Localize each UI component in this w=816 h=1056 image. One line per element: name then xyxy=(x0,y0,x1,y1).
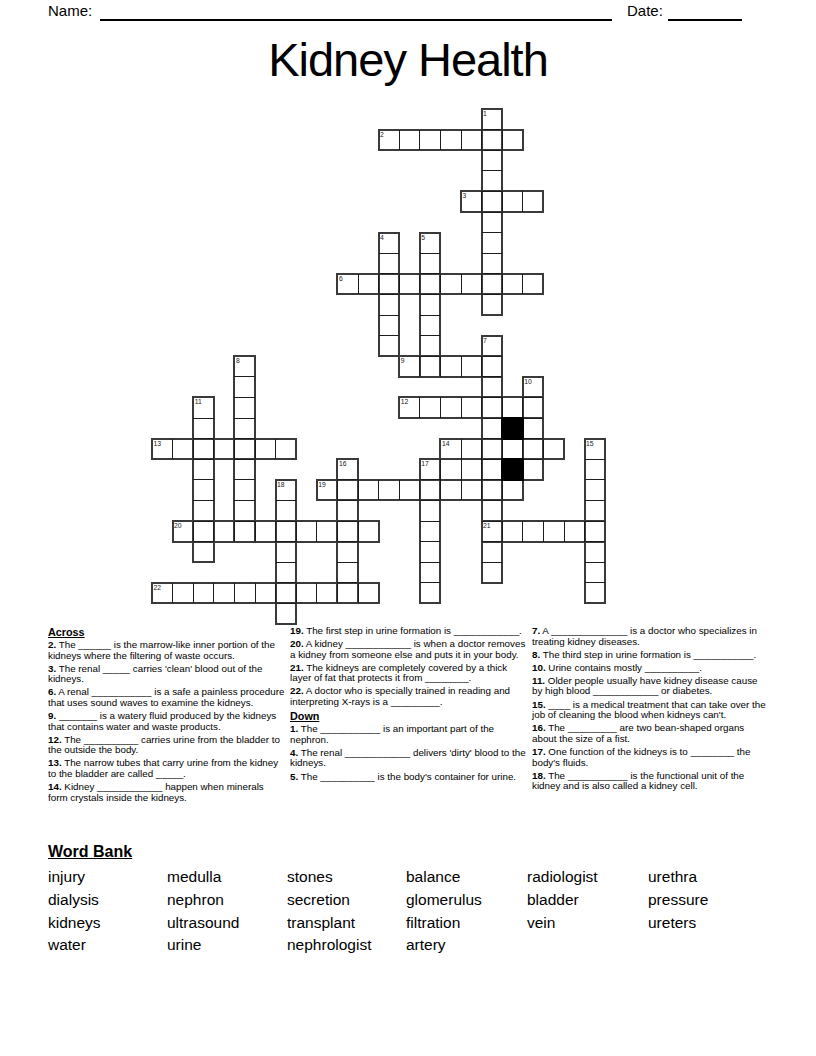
cell-divider xyxy=(461,356,462,377)
crossword-grid[interactable]: 23691213141920212214578101115161718 xyxy=(152,109,605,624)
cell-divider xyxy=(337,480,338,501)
cell-divider xyxy=(482,541,503,542)
cell-divider xyxy=(276,521,297,522)
cell-divider xyxy=(420,541,441,542)
clue-6-across: 6. A renal ___________ is a safe a painl… xyxy=(48,687,286,708)
cell-divider xyxy=(193,459,214,460)
clue-number-19: 19 xyxy=(318,481,326,488)
cell-divider xyxy=(482,273,503,274)
clue-17-down: 17. One function of the kidneys is to __… xyxy=(532,747,770,768)
cell-divider xyxy=(275,583,276,604)
cell-divider xyxy=(461,274,462,295)
word-bank-item: filtration xyxy=(406,912,527,935)
cell-divider xyxy=(585,500,606,501)
clue-number-17: 17 xyxy=(421,460,429,467)
cell-divider xyxy=(234,500,255,501)
cell-divider xyxy=(379,335,400,336)
word-bank-item: artery xyxy=(406,934,527,957)
cell-divider xyxy=(420,500,441,501)
cell-divider xyxy=(337,521,338,542)
cell-divider xyxy=(399,274,400,295)
worksheet-page: Name: Date: Kidney Health 23691213141920… xyxy=(0,0,816,1056)
cell-divider xyxy=(420,582,441,583)
word-bank-item: nephrologist xyxy=(287,934,406,957)
cell-divider xyxy=(399,480,400,501)
cell-divider xyxy=(481,397,482,418)
cell-divider xyxy=(482,212,503,213)
cell-divider xyxy=(419,397,420,418)
word-bank-item: water xyxy=(48,934,167,957)
cell-divider xyxy=(234,439,235,460)
cell-divider xyxy=(255,521,256,542)
cell-divider xyxy=(234,459,255,460)
cell-divider xyxy=(358,583,359,604)
cell-divider xyxy=(193,500,214,501)
puzzle-title: Kidney Health xyxy=(0,32,816,87)
word-bank-item: balance xyxy=(406,866,527,889)
clues-column-2: 19. The first step in urine formation is… xyxy=(290,626,528,785)
date-label: Date: xyxy=(627,2,663,19)
date-input-line[interactable] xyxy=(668,2,742,21)
cell-divider xyxy=(234,397,255,398)
cell-divider xyxy=(378,274,379,295)
clue-number-8: 8 xyxy=(236,357,240,364)
cell-divider xyxy=(461,480,462,501)
clue-10-down: 10. Urine contains mostly __________. xyxy=(532,663,770,674)
cell-divider xyxy=(522,274,523,295)
cell-divider xyxy=(276,603,297,604)
name-input-line[interactable] xyxy=(100,2,612,21)
cell-divider xyxy=(543,439,544,460)
cell-divider xyxy=(523,459,544,460)
cell-divider xyxy=(502,439,503,460)
cell-divider xyxy=(482,253,503,254)
cell-divider xyxy=(420,253,441,254)
cell-divider xyxy=(193,541,214,542)
cell-divider xyxy=(482,397,503,398)
clue-4-down: 4. The renal ____________ delivers 'dirt… xyxy=(290,748,528,769)
cell-divider xyxy=(481,274,482,295)
cell-divider xyxy=(502,274,503,295)
cell-divider xyxy=(337,582,358,583)
cell-divider xyxy=(419,356,420,377)
clue-number-5: 5 xyxy=(421,234,425,241)
cell-divider xyxy=(337,583,338,604)
word-bank-item: radiologist xyxy=(527,866,648,889)
clue-22-across: 22. A doctor who is specially trained in… xyxy=(290,686,528,707)
cell-divider xyxy=(482,150,503,151)
cell-divider xyxy=(461,459,462,480)
cell-divider xyxy=(482,459,503,460)
cell-divider xyxy=(296,521,297,542)
cell-divider xyxy=(276,582,297,583)
cell-divider xyxy=(523,397,544,398)
cell-divider xyxy=(337,521,358,522)
cell-divider xyxy=(482,438,503,439)
cell-divider xyxy=(337,562,358,563)
clue-15-down: 15. ____ is a medical treatment that can… xyxy=(532,700,770,721)
cell-divider xyxy=(420,562,441,563)
cell-divider xyxy=(296,583,297,604)
cell-divider xyxy=(172,439,173,460)
cell-divider xyxy=(193,479,214,480)
clue-number-9: 9 xyxy=(401,357,405,364)
cell-divider xyxy=(420,315,441,316)
clue-3-across: 3. The renal _____ carries 'clean' blood… xyxy=(48,664,286,685)
cell-divider xyxy=(420,294,441,295)
cell-divider xyxy=(234,583,235,604)
cell-divider xyxy=(482,191,503,192)
cell-divider xyxy=(337,500,358,501)
word-bank-item: kidneys xyxy=(48,912,167,935)
clue-number-3: 3 xyxy=(463,192,467,199)
word-bank-item: urine xyxy=(167,934,287,957)
cell-divider xyxy=(420,356,441,357)
clue-number-13: 13 xyxy=(154,440,162,447)
clue-16-down: 16. The _________ are two bean-shaped or… xyxy=(532,723,770,744)
cell-divider xyxy=(522,521,523,542)
clue-number-15: 15 xyxy=(586,440,594,447)
clue-number-12: 12 xyxy=(401,398,409,405)
cell-divider xyxy=(419,274,420,295)
cell-divider xyxy=(502,191,503,212)
cell-divider xyxy=(420,273,441,274)
black-cell xyxy=(501,417,524,440)
cell-divider xyxy=(482,232,503,233)
clue-13-across: 13. The narrow tubes that carry urine fr… xyxy=(48,758,286,779)
clue-7-down: 7. A ______________ is a doctor who spec… xyxy=(532,626,770,647)
cell-divider xyxy=(482,356,503,357)
cell-divider xyxy=(234,521,235,542)
cell-divider xyxy=(481,480,482,501)
cell-divider xyxy=(337,479,358,480)
clue-21-across: 21. The kidneys are completely covered b… xyxy=(290,663,528,684)
cell-divider xyxy=(213,439,214,460)
cell-divider xyxy=(482,418,503,419)
clue-number-16: 16 xyxy=(339,460,347,467)
cell-divider xyxy=(543,521,544,542)
cell-divider xyxy=(276,500,297,501)
cell-divider xyxy=(255,583,256,604)
word-bank-item: pressure xyxy=(648,889,770,912)
cell-divider xyxy=(275,521,276,542)
cell-divider xyxy=(193,583,194,604)
cell-divider xyxy=(502,397,503,418)
cell-divider xyxy=(502,130,503,151)
cell-divider xyxy=(481,191,482,212)
cell-divider xyxy=(193,418,214,419)
clue-section-header: Down xyxy=(290,710,528,722)
clues-column-3: 7. A ______________ is a doctor who spec… xyxy=(532,626,770,794)
clue-number-7: 7 xyxy=(483,337,487,344)
cell-divider xyxy=(523,438,544,439)
cell-divider xyxy=(481,356,482,377)
clue-19-across: 19. The first step in urine formation is… xyxy=(290,626,528,637)
cell-divider xyxy=(584,521,585,542)
clue-number-21: 21 xyxy=(483,522,491,529)
cell-divider xyxy=(522,397,523,418)
clue-number-11: 11 xyxy=(195,398,202,405)
cell-divider xyxy=(234,418,255,419)
cell-divider xyxy=(482,129,503,130)
cell-divider xyxy=(358,521,359,542)
cell-divider xyxy=(522,191,523,212)
clue-number-20: 20 xyxy=(174,522,182,529)
cell-divider xyxy=(379,253,400,254)
clue-number-2: 2 xyxy=(380,131,384,138)
cell-divider xyxy=(193,438,214,439)
clue-12-across: 12. The __________ carries urine from th… xyxy=(48,735,286,756)
clue-section-header: Across xyxy=(48,626,286,638)
black-cell xyxy=(501,458,524,481)
cell-divider xyxy=(276,562,297,563)
cell-divider xyxy=(482,376,503,377)
word-bank-item: glomerulus xyxy=(406,889,527,912)
word-bank-item: urethra xyxy=(648,866,770,889)
clue-1-down: 1. The ___________ is an important part … xyxy=(290,724,528,745)
cell-divider xyxy=(379,315,400,316)
cell-divider xyxy=(337,541,358,542)
word-bank-item: ultrasound xyxy=(167,912,287,935)
cell-divider xyxy=(523,418,544,419)
cell-divider xyxy=(419,480,420,501)
cell-divider xyxy=(585,541,606,542)
clue-20-across: 20. A kidney ____________ is when a doct… xyxy=(290,639,528,660)
clue-5-down: 5. The __________ is the body's containe… xyxy=(290,772,528,783)
cell-divider xyxy=(481,130,482,151)
word-bank-item: injury xyxy=(48,866,167,889)
word-bank-item: medulla xyxy=(167,866,287,889)
cell-divider xyxy=(482,479,503,480)
cell-divider xyxy=(379,273,400,274)
cell-divider xyxy=(193,521,194,542)
cell-divider xyxy=(585,459,606,460)
cell-divider xyxy=(461,397,462,418)
word-bank-title: Word Bank xyxy=(48,843,132,861)
word-bank-item: bladder xyxy=(527,889,648,912)
cell-divider xyxy=(399,130,400,151)
cell-divider xyxy=(585,582,606,583)
word-bank-item: transplant xyxy=(287,912,406,935)
cell-divider xyxy=(502,521,503,542)
word-bank-list: injurymedullastonesbalanceradiologisture… xyxy=(48,866,770,957)
cell-divider xyxy=(379,294,400,295)
cell-divider xyxy=(481,459,482,480)
word-bank-item: nephron xyxy=(167,889,287,912)
cell-divider xyxy=(275,439,276,460)
cell-divider xyxy=(440,480,441,501)
word-bank-item: ureters xyxy=(648,912,770,935)
cell-divider xyxy=(419,130,420,151)
cell-divider xyxy=(461,130,462,151)
clue-8-down: 8. The third step in urine formation is … xyxy=(532,650,770,661)
cell-divider xyxy=(585,562,606,563)
cell-divider xyxy=(358,274,359,295)
cell-divider xyxy=(213,583,214,604)
cell-divider xyxy=(213,521,214,542)
cell-divider xyxy=(193,439,194,460)
cell-divider xyxy=(316,583,317,604)
clue-11-down: 11. Older people usually have kidney dis… xyxy=(532,676,770,697)
cell-divider xyxy=(502,480,503,501)
word-8-down[interactable] xyxy=(233,355,256,542)
cell-divider xyxy=(420,479,441,480)
cell-divider xyxy=(585,479,606,480)
clue-number-6: 6 xyxy=(339,275,343,282)
word-bank-item: vein xyxy=(527,912,648,935)
clue-number-10: 10 xyxy=(524,378,532,385)
cell-divider xyxy=(420,521,441,522)
cell-divider xyxy=(255,439,256,460)
name-label: Name: xyxy=(48,2,92,19)
cell-divider xyxy=(234,438,255,439)
clue-number-1: 1 xyxy=(483,110,487,117)
cell-divider xyxy=(234,376,255,377)
clue-14-across: 14. Kidney ____________ happen when mine… xyxy=(48,782,286,803)
cell-divider xyxy=(440,459,441,480)
clue-9-across: 9. _______ is a watery fluid produced by… xyxy=(48,711,286,732)
cell-divider xyxy=(276,541,297,542)
word-bank-item: stones xyxy=(287,866,406,889)
cell-divider xyxy=(522,439,523,460)
word-10-down[interactable] xyxy=(522,376,545,481)
cell-divider xyxy=(564,521,565,542)
cell-divider xyxy=(482,294,503,295)
cell-divider xyxy=(461,439,462,460)
cell-divider xyxy=(234,479,255,480)
cell-divider xyxy=(316,521,317,542)
cell-divider xyxy=(585,521,606,522)
cell-divider xyxy=(172,583,173,604)
cell-divider xyxy=(482,500,503,501)
clue-18-down: 18. The ___________ is the functional un… xyxy=(532,771,770,792)
clue-number-18: 18 xyxy=(277,481,285,488)
cell-divider xyxy=(378,480,379,501)
word-bank-item: dialysis xyxy=(48,889,167,912)
cell-divider xyxy=(440,130,441,151)
cell-divider xyxy=(440,397,441,418)
cell-divider xyxy=(440,274,441,295)
cell-divider xyxy=(234,521,255,522)
clue-number-22: 22 xyxy=(154,584,162,591)
cell-divider xyxy=(481,439,482,460)
clue-number-4: 4 xyxy=(380,234,384,241)
cell-divider xyxy=(420,335,441,336)
cell-divider xyxy=(482,170,503,171)
clue-number-14: 14 xyxy=(442,440,450,447)
cell-divider xyxy=(358,480,359,501)
word-bank-item: secretion xyxy=(287,889,406,912)
cell-divider xyxy=(193,521,214,522)
clues-column-1: Across2. The ______ is the marrow-like i… xyxy=(48,626,286,806)
cell-divider xyxy=(482,562,503,563)
cell-divider xyxy=(440,356,441,377)
clue-2-across: 2. The ______ is the marrow-like inner p… xyxy=(48,640,286,661)
